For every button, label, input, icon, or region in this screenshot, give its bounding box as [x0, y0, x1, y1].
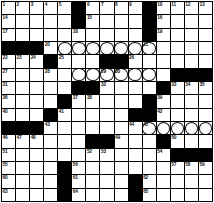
clue-number: 17 [3, 29, 8, 34]
cell-r3c8[interactable] [100, 29, 113, 41]
cell-r15c12[interactable] [157, 189, 170, 201]
clue-number: 49 [115, 135, 120, 140]
block-r4c2 [16, 42, 29, 54]
cell-r9c2[interactable] [16, 109, 29, 121]
block-r5c8 [100, 55, 113, 67]
block-r15c5 [58, 189, 71, 201]
cell-r6c2[interactable] [16, 69, 29, 81]
cell-r14c2[interactable] [16, 175, 29, 187]
cell-r11c6[interactable] [72, 135, 85, 147]
cell-r12c11[interactable] [143, 149, 156, 161]
clue-number: 31 [3, 82, 8, 87]
cell-r2c4[interactable] [44, 15, 57, 27]
cell-r7c3[interactable] [30, 82, 43, 94]
cell-r2c3[interactable] [30, 15, 43, 27]
clue-number: 4 [45, 2, 47, 7]
cell-r3c6[interactable]: 18 [72, 29, 85, 41]
block-r5c9 [115, 55, 128, 67]
cell-r13c3[interactable] [30, 162, 43, 174]
cell-r5c10[interactable]: 26 [129, 55, 142, 67]
block-r9c4 [44, 109, 57, 121]
cell-r13c8[interactable] [100, 162, 113, 174]
cell-r3c3[interactable] [30, 29, 43, 41]
circle-marker [115, 42, 128, 54]
clue-number: 43 [45, 122, 50, 127]
cell-r2c12[interactable]: 16 [157, 15, 170, 27]
clue-number: 16 [157, 15, 162, 20]
cell-r1c3[interactable]: 3 [30, 2, 43, 14]
cell-r14c12[interactable] [157, 175, 170, 187]
clue-number: 54 [157, 149, 162, 154]
clue-number: 56 [73, 162, 78, 167]
cell-r8c1[interactable]: 36 [2, 95, 15, 107]
cell-r3c12[interactable]: 19 [157, 29, 170, 41]
cell-r12c7[interactable]: 52 [86, 149, 99, 161]
cell-r4c4[interactable]: 20 [44, 42, 57, 54]
clue-number: 61 [73, 175, 78, 180]
cell-r11c11[interactable] [143, 135, 156, 147]
block-r9c11 [143, 109, 156, 121]
cell-r6c11[interactable] [143, 69, 156, 81]
cell-r12c2[interactable] [16, 149, 29, 161]
block-r10c3 [30, 122, 43, 134]
block-r14c5 [58, 175, 71, 187]
cell-r3c9[interactable] [115, 29, 128, 41]
clue-number: 39 [157, 95, 162, 100]
clue-number: 15 [87, 15, 92, 20]
cell-r6c6[interactable] [72, 69, 85, 81]
cell-r13c1[interactable]: 55 [2, 162, 15, 174]
cell-r3c15[interactable] [199, 29, 212, 41]
circle-marker [171, 122, 184, 134]
block-r3c11 [143, 29, 156, 41]
cell-r7c11[interactable] [143, 82, 156, 94]
clue-number: 53 [101, 149, 106, 154]
cell-r13c7[interactable] [86, 162, 99, 174]
clue-number: 35 [199, 82, 204, 87]
block-r5c4 [44, 55, 57, 67]
cell-r8c13[interactable] [171, 95, 184, 107]
circle-marker [143, 69, 156, 81]
block-r10c1 [2, 122, 15, 134]
clue-number: 58 [185, 162, 190, 167]
cell-r10c11[interactable]: 45 [143, 122, 156, 134]
cell-r13c4[interactable] [44, 162, 57, 174]
clue-number: 26 [129, 55, 134, 60]
clue-number: 36 [3, 95, 8, 100]
cell-r8c12[interactable]: 39 [157, 95, 170, 107]
clue-number: 40 [3, 109, 8, 114]
block-r11c7 [86, 135, 99, 147]
cell-r10c14[interactable] [185, 122, 198, 134]
cell-r5c14[interactable] [185, 55, 198, 67]
clue-number: 3 [31, 2, 33, 7]
circle-marker [185, 122, 198, 134]
clue-number: 2 [17, 2, 19, 7]
cell-r9c12[interactable]: 42 [157, 109, 170, 121]
cell-r4c11[interactable]: 21 [143, 42, 156, 54]
cell-r9c15[interactable] [199, 109, 212, 121]
block-r1c11 [143, 2, 156, 14]
cell-r10c5[interactable] [58, 122, 71, 134]
cell-r7c15[interactable]: 35 [199, 82, 212, 94]
cell-r9c7[interactable] [86, 109, 99, 121]
clue-number: 65 [143, 189, 148, 194]
cell-r7c13[interactable]: 33 [171, 82, 184, 94]
cell-r1c10[interactable]: 9 [129, 2, 142, 14]
cell-r2c5[interactable] [58, 15, 71, 27]
cell-r4c6[interactable] [72, 42, 85, 54]
cell-r6c4[interactable]: 28 [44, 69, 57, 81]
clue-number: 42 [157, 109, 162, 114]
cell-r7c9[interactable] [115, 82, 128, 94]
cell-r4c10[interactable] [129, 42, 142, 54]
block-r6c14 [185, 69, 198, 81]
cell-r2c13[interactable] [171, 15, 184, 27]
cell-r15c13[interactable] [171, 189, 184, 201]
circle-marker [157, 122, 170, 134]
clue-number: 57 [171, 162, 176, 167]
clue-number: 23 [17, 55, 22, 60]
cell-r14c4[interactable] [44, 175, 57, 187]
cell-r6c3[interactable] [30, 69, 43, 81]
cell-r3c7[interactable] [86, 29, 99, 41]
clue-number: 9 [129, 2, 131, 7]
clue-number: 8 [115, 2, 117, 7]
cell-r5c15[interactable] [199, 55, 212, 67]
circle-marker [72, 69, 85, 81]
cell-r1c1[interactable]: 1 [2, 2, 15, 14]
block-r10c2 [16, 122, 29, 134]
cell-r12c6[interactable] [72, 149, 85, 161]
cell-r14c15[interactable] [199, 175, 212, 187]
cell-r3c13[interactable] [171, 29, 184, 41]
block-r11c12 [157, 135, 170, 147]
cell-r13c10[interactable] [129, 162, 142, 174]
clue-number: 14 [3, 15, 8, 20]
cell-r11c10[interactable] [129, 135, 142, 147]
cell-r14c3[interactable] [30, 175, 43, 187]
cell-r14c14[interactable] [185, 175, 198, 187]
block-r11c8 [100, 135, 113, 147]
cell-r2c8[interactable] [100, 15, 113, 27]
cell-r8c3[interactable] [30, 95, 43, 107]
cell-r5c13[interactable] [171, 55, 184, 67]
block-r7c6 [72, 82, 85, 94]
cell-r5c11[interactable] [143, 55, 156, 67]
cell-r8c7[interactable]: 38 [86, 95, 99, 107]
cell-r12c5[interactable] [58, 149, 71, 161]
clue-number: 1 [3, 2, 5, 7]
clue-number: 55 [3, 162, 8, 167]
clue-number: 18 [73, 29, 78, 34]
block-r7c7 [86, 82, 99, 94]
cell-r3c5[interactable] [58, 29, 71, 41]
cell-r15c9[interactable] [115, 189, 128, 201]
cell-r11c5[interactable] [58, 135, 71, 147]
cell-r2c10[interactable] [129, 15, 142, 27]
clue-number: 10 [157, 2, 162, 7]
cell-r13c13[interactable]: 57 [171, 162, 184, 174]
cell-r4c15[interactable] [199, 42, 212, 54]
cell-r10c15[interactable] [199, 122, 212, 134]
cell-r2c1[interactable]: 14 [2, 15, 15, 27]
clue-number: 48 [31, 135, 36, 140]
cell-r12c1[interactable]: 51 [2, 149, 15, 161]
cell-r5c12[interactable] [157, 55, 170, 67]
cell-r3c10[interactable] [129, 29, 142, 41]
cell-r11c4[interactable] [44, 135, 57, 147]
circle-marker [100, 42, 113, 54]
cell-r3c14[interactable] [185, 29, 198, 41]
clue-number: 62 [143, 175, 148, 180]
clue-number: 28 [45, 69, 50, 74]
cell-r7c2[interactable] [16, 82, 29, 94]
cell-r5c5[interactable]: 25 [58, 55, 71, 67]
cell-r14c9[interactable] [115, 175, 128, 187]
clue-number: 45 [143, 122, 148, 127]
cell-r4c5[interactable] [58, 42, 71, 54]
cell-r12c10[interactable] [129, 149, 142, 161]
cell-r9c13[interactable] [171, 109, 184, 121]
circle-marker [58, 42, 71, 54]
cell-r1c13[interactable]: 11 [171, 2, 184, 14]
clue-number: 60 [3, 175, 8, 180]
cell-r5c1[interactable]: 22 [2, 55, 15, 67]
clue-number: 24 [31, 55, 36, 60]
clue-number: 6 [87, 2, 89, 7]
cell-r6c10[interactable] [129, 69, 142, 81]
block-r12c14 [185, 149, 198, 161]
cell-r5c2[interactable]: 23 [16, 55, 29, 67]
cell-r3c1[interactable]: 17 [2, 29, 15, 41]
block-r13c5 [58, 162, 71, 174]
cell-r2c14[interactable] [185, 15, 198, 27]
clue-number: 19 [157, 29, 162, 34]
clue-number: 27 [3, 69, 8, 74]
cell-r15c7[interactable] [86, 189, 99, 201]
block-r12c15 [199, 149, 212, 161]
clue-number: 41 [59, 109, 64, 114]
clue-number: 64 [73, 189, 78, 194]
clue-number: 7 [101, 2, 103, 7]
block-r9c10 [129, 109, 142, 121]
clue-number: 33 [171, 82, 176, 87]
cell-r1c7[interactable]: 6 [86, 2, 99, 14]
cell-r11c3[interactable]: 48 [30, 135, 43, 147]
cell-r8c8[interactable] [100, 95, 113, 107]
clue-number: 5 [59, 2, 61, 7]
cell-r1c9[interactable]: 8 [115, 2, 128, 14]
clue-number: 51 [3, 149, 8, 154]
cell-r14c13[interactable] [171, 175, 184, 187]
cell-r4c8[interactable] [100, 42, 113, 54]
cell-r10c6[interactable] [72, 122, 85, 134]
cell-r13c9[interactable] [115, 162, 128, 174]
cell-r15c4[interactable] [44, 189, 57, 201]
cell-r4c13[interactable] [171, 42, 184, 54]
cell-r8c4[interactable] [44, 95, 57, 107]
cell-r5c3[interactable]: 24 [30, 55, 43, 67]
cell-r13c15[interactable]: 59 [199, 162, 212, 174]
cell-r13c14[interactable]: 58 [185, 162, 198, 174]
cell-r10c7[interactable] [86, 122, 99, 134]
cell-r6c1[interactable]: 27 [2, 69, 15, 81]
clue-number: 30 [115, 69, 120, 74]
circle-marker [86, 42, 99, 54]
clue-number: 29 [101, 69, 106, 74]
clue-number: 37 [73, 95, 78, 100]
cell-r11c13[interactable]: 50 [171, 135, 184, 147]
crossword-grid: 1234567891011121314151617181920212223242… [1, 1, 213, 202]
cell-r6c5[interactable] [58, 69, 71, 81]
cell-r11c1[interactable]: 46 [2, 135, 15, 147]
cell-r9c1[interactable]: 40 [2, 109, 15, 121]
clue-number: 11 [171, 2, 176, 7]
cell-r12c12[interactable]: 54 [157, 149, 170, 161]
cell-r11c14[interactable] [185, 135, 198, 147]
clue-number: 59 [199, 162, 204, 167]
clue-number: 21 [143, 42, 148, 47]
block-r2c6 [72, 15, 85, 27]
cell-r7c10[interactable] [129, 82, 142, 94]
cell-r13c11[interactable] [143, 162, 156, 174]
cell-r5c7[interactable] [86, 55, 99, 67]
cell-r15c3[interactable] [30, 189, 43, 201]
cell-r12c3[interactable] [30, 149, 43, 161]
cell-r1c5[interactable]: 5 [58, 2, 71, 14]
cell-r15c14[interactable] [185, 189, 198, 201]
clue-number: 22 [3, 55, 8, 60]
cell-r10c8[interactable] [100, 122, 113, 134]
cell-r4c14[interactable] [185, 42, 198, 54]
cell-r14c8[interactable] [100, 175, 113, 187]
cell-r1c2[interactable]: 2 [16, 2, 29, 14]
cell-r1c14[interactable]: 12 [185, 2, 198, 14]
block-r15c10 [129, 189, 142, 201]
cell-r1c12[interactable]: 10 [157, 2, 170, 14]
cell-r3c4[interactable] [44, 29, 57, 41]
cell-r4c7[interactable] [86, 42, 99, 54]
block-r7c12 [157, 82, 170, 94]
clue-number: 50 [171, 135, 176, 140]
cell-r8c2[interactable] [16, 95, 29, 107]
cell-r2c7[interactable]: 15 [86, 15, 99, 27]
block-r6c15 [199, 69, 212, 81]
cell-r15c2[interactable] [16, 189, 29, 201]
cell-r12c8[interactable]: 53 [100, 149, 113, 161]
cell-r3c2[interactable] [16, 29, 29, 41]
cell-r10c10[interactable]: 44 [129, 122, 142, 134]
cell-r10c12[interactable] [157, 122, 170, 134]
cell-r14c1[interactable]: 60 [2, 175, 15, 187]
cell-r8c14[interactable] [185, 95, 198, 107]
cell-r15c11[interactable]: 65 [143, 189, 156, 201]
cell-r7c14[interactable]: 34 [185, 82, 198, 94]
block-r4c1 [2, 42, 15, 54]
clue-number: 47 [17, 135, 22, 140]
block-r6c13 [171, 69, 184, 81]
cell-r8c9[interactable] [115, 95, 128, 107]
cell-r10c9[interactable] [115, 122, 128, 134]
circle-marker [129, 69, 142, 81]
cell-r10c13[interactable] [171, 122, 184, 134]
block-r8c5 [58, 95, 71, 107]
cell-r12c9[interactable] [115, 149, 128, 161]
clue-number: 46 [3, 135, 8, 140]
clue-number: 25 [59, 55, 64, 60]
cell-r14c7[interactable] [86, 175, 99, 187]
cell-r6c12[interactable] [157, 69, 170, 81]
cell-r6c7[interactable] [86, 69, 99, 81]
clue-number: 12 [185, 2, 190, 7]
clue-number: 38 [87, 95, 92, 100]
cell-r9c3[interactable] [30, 109, 43, 121]
cell-r2c2[interactable] [16, 15, 29, 27]
cell-r9c5[interactable]: 41 [58, 109, 71, 121]
cell-r1c8[interactable]: 7 [100, 2, 113, 14]
cell-r14c6[interactable]: 61 [72, 175, 85, 187]
cell-r13c12[interactable] [157, 162, 170, 174]
cell-r11c15[interactable] [199, 135, 212, 147]
cell-r7c1[interactable]: 31 [2, 82, 15, 94]
cell-r8c15[interactable] [199, 95, 212, 107]
circle-marker [199, 122, 212, 134]
cell-r15c15[interactable] [199, 189, 212, 201]
cell-r6c9[interactable]: 30 [115, 69, 128, 81]
cell-r13c2[interactable] [16, 162, 29, 174]
cell-r9c8[interactable] [100, 109, 113, 121]
cell-r8c6[interactable]: 37 [72, 95, 85, 107]
cell-r5c6[interactable] [72, 55, 85, 67]
cell-r10c4[interactable]: 43 [44, 122, 57, 134]
crossword-puzzle: 1234567891011121314151617181920212223242… [0, 0, 214, 203]
cell-r7c4[interactable] [44, 82, 57, 94]
cell-r9c14[interactable] [185, 109, 198, 121]
cell-r9c6[interactable] [72, 109, 85, 121]
block-r12c13 [171, 149, 184, 161]
cell-r15c8[interactable] [100, 189, 113, 201]
cell-r9c9[interactable] [115, 109, 128, 121]
cell-r14c11[interactable]: 62 [143, 175, 156, 187]
clue-number: 32 [101, 82, 106, 87]
cell-r8c10[interactable] [129, 95, 142, 107]
cell-r11c2[interactable]: 47 [16, 135, 29, 147]
cell-r11c9[interactable]: 49 [115, 135, 128, 147]
cell-r6c8[interactable]: 29 [100, 69, 113, 81]
cell-r7c5[interactable] [58, 82, 71, 94]
cell-r2c15[interactable] [199, 15, 212, 27]
cell-r1c4[interactable]: 4 [44, 2, 57, 14]
clue-number: 52 [87, 149, 92, 154]
cell-r7c8[interactable]: 32 [100, 82, 113, 94]
circle-marker [86, 69, 99, 81]
cell-r13c6[interactable]: 56 [72, 162, 85, 174]
cell-r15c1[interactable]: 63 [2, 189, 15, 201]
clue-number: 44 [129, 122, 134, 127]
circle-marker [129, 42, 142, 54]
cell-r12c4[interactable] [44, 149, 57, 161]
cell-r2c9[interactable] [115, 15, 128, 27]
cell-r4c12[interactable] [157, 42, 170, 54]
circle-marker [72, 42, 85, 54]
block-r4c3 [30, 42, 43, 54]
cell-r15c6[interactable]: 64 [72, 189, 85, 201]
cell-r1c15[interactable]: 13 [199, 2, 212, 14]
clue-number: 13 [199, 2, 204, 7]
block-r8c11 [143, 95, 156, 107]
cell-r4c9[interactable] [115, 42, 128, 54]
